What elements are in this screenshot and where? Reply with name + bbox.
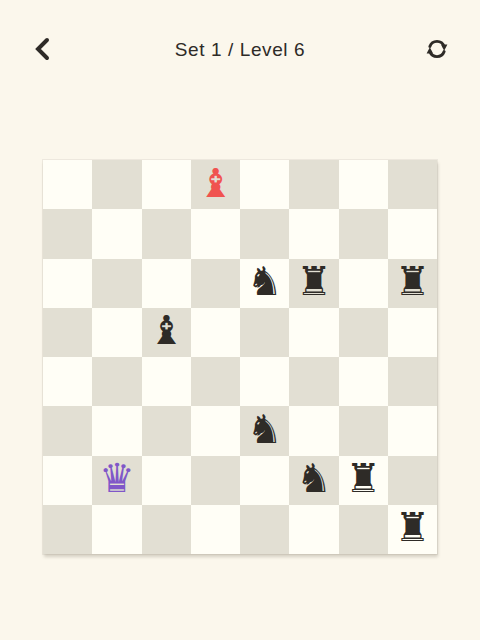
square-h5[interactable] [388, 308, 437, 357]
square-c2[interactable] [142, 456, 191, 505]
square-c3[interactable] [142, 406, 191, 455]
square-e6[interactable]: ♞ [240, 259, 289, 308]
square-a7[interactable] [43, 209, 92, 258]
square-c8[interactable] [142, 160, 191, 209]
square-b8[interactable] [92, 160, 141, 209]
square-d3[interactable] [191, 406, 240, 455]
square-c4[interactable] [142, 357, 191, 406]
square-b1[interactable] [92, 505, 141, 554]
square-g1[interactable] [339, 505, 388, 554]
square-e8[interactable] [240, 160, 289, 209]
square-b7[interactable] [92, 209, 141, 258]
square-g7[interactable] [339, 209, 388, 258]
square-h4[interactable] [388, 357, 437, 406]
square-e2[interactable] [240, 456, 289, 505]
square-f5[interactable] [289, 308, 338, 357]
black-bishop-c5[interactable]: ♝ [148, 310, 184, 350]
square-a4[interactable] [43, 357, 92, 406]
black-rook-h1[interactable]: ♜ [394, 507, 430, 547]
restart-button[interactable] [420, 33, 454, 67]
square-a6[interactable] [43, 259, 92, 308]
square-d7[interactable] [191, 209, 240, 258]
square-a1[interactable] [43, 505, 92, 554]
square-f3[interactable] [289, 406, 338, 455]
refresh-icon [424, 36, 450, 65]
square-f8[interactable] [289, 160, 338, 209]
square-e5[interactable] [240, 308, 289, 357]
square-h8[interactable] [388, 160, 437, 209]
red-bishop-d8[interactable]: ♝ [197, 163, 233, 203]
square-a8[interactable] [43, 160, 92, 209]
square-d6[interactable] [191, 259, 240, 308]
square-c7[interactable] [142, 209, 191, 258]
square-c5[interactable]: ♝ [142, 308, 191, 357]
square-b2[interactable]: ♛ [92, 456, 141, 505]
square-h6[interactable]: ♜ [388, 259, 437, 308]
back-button[interactable] [26, 33, 60, 67]
square-f2[interactable]: ♞ [289, 456, 338, 505]
square-c1[interactable] [142, 505, 191, 554]
square-d8[interactable]: ♝ [191, 160, 240, 209]
square-d2[interactable] [191, 456, 240, 505]
square-h3[interactable] [388, 406, 437, 455]
black-rook-g2[interactable]: ♜ [345, 458, 381, 498]
square-g8[interactable] [339, 160, 388, 209]
square-f6[interactable]: ♜ [289, 259, 338, 308]
square-g3[interactable] [339, 406, 388, 455]
square-g6[interactable] [339, 259, 388, 308]
square-b5[interactable] [92, 308, 141, 357]
black-knight-e3[interactable]: ♞ [247, 409, 283, 449]
black-rook-h6[interactable]: ♜ [394, 261, 430, 301]
square-h2[interactable] [388, 456, 437, 505]
black-rook-f6[interactable]: ♜ [296, 261, 332, 301]
black-knight-e6[interactable]: ♞ [247, 261, 283, 301]
black-knight-f2[interactable]: ♞ [296, 458, 332, 498]
square-a5[interactable] [43, 308, 92, 357]
square-b6[interactable] [92, 259, 141, 308]
page-title: Set 1 / Level 6 [60, 39, 420, 61]
square-a3[interactable] [43, 406, 92, 455]
purple-queen-b2[interactable]: ♛ [99, 458, 135, 498]
square-f1[interactable] [289, 505, 338, 554]
square-e4[interactable] [240, 357, 289, 406]
header: Set 1 / Level 6 [0, 0, 480, 90]
square-f7[interactable] [289, 209, 338, 258]
square-d5[interactable] [191, 308, 240, 357]
square-c6[interactable] [142, 259, 191, 308]
square-f4[interactable] [289, 357, 338, 406]
square-b3[interactable] [92, 406, 141, 455]
chess-board: ♝♞♜♜♝♞♛♞♜♜ [43, 160, 437, 554]
square-g4[interactable] [339, 357, 388, 406]
chevron-left-icon [32, 36, 54, 65]
square-h1[interactable]: ♜ [388, 505, 437, 554]
square-g5[interactable] [339, 308, 388, 357]
square-b4[interactable] [92, 357, 141, 406]
square-a2[interactable] [43, 456, 92, 505]
square-d1[interactable] [191, 505, 240, 554]
square-e7[interactable] [240, 209, 289, 258]
square-e1[interactable] [240, 505, 289, 554]
square-d4[interactable] [191, 357, 240, 406]
square-g2[interactable]: ♜ [339, 456, 388, 505]
square-e3[interactable]: ♞ [240, 406, 289, 455]
square-h7[interactable] [388, 209, 437, 258]
